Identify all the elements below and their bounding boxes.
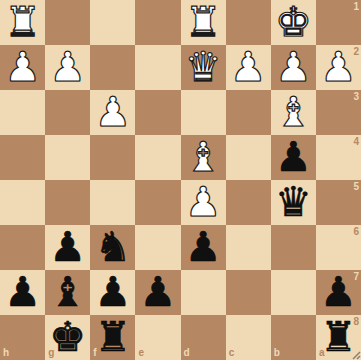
square-g1[interactable] xyxy=(45,0,90,45)
square-a2[interactable]: ♟2 xyxy=(316,45,361,90)
square-e5[interactable] xyxy=(135,180,180,225)
square-c2[interactable]: ♟ xyxy=(226,45,271,90)
square-d1[interactable]: ♜ xyxy=(181,0,226,45)
square-d4[interactable]: ♝ xyxy=(181,135,226,180)
square-h4[interactable] xyxy=(0,135,45,180)
square-c3[interactable] xyxy=(226,90,271,135)
square-b7[interactable] xyxy=(271,270,316,315)
square-e6[interactable] xyxy=(135,225,180,270)
rank-label-3: 3 xyxy=(353,92,359,102)
resize-handle-icon[interactable] xyxy=(350,349,361,360)
square-g8[interactable]: ♚g xyxy=(45,315,90,360)
white-pawn[interactable]: ♟ xyxy=(49,45,86,90)
white-pawn[interactable]: ♟ xyxy=(320,45,357,90)
white-rook[interactable]: ♜ xyxy=(185,0,222,45)
square-c4[interactable] xyxy=(226,135,271,180)
square-e2[interactable] xyxy=(135,45,180,90)
square-d6[interactable]: ♟ xyxy=(181,225,226,270)
square-e8[interactable]: e xyxy=(135,315,180,360)
square-h3[interactable] xyxy=(0,90,45,135)
square-b2[interactable]: ♟ xyxy=(271,45,316,90)
rank-label-1: 1 xyxy=(353,2,359,12)
white-pawn[interactable]: ♟ xyxy=(4,45,41,90)
square-g2[interactable]: ♟ xyxy=(45,45,90,90)
square-d5[interactable]: ♟ xyxy=(181,180,226,225)
black-pawn[interactable]: ♟ xyxy=(49,225,86,270)
white-pawn[interactable]: ♟ xyxy=(275,45,312,90)
white-king[interactable]: ♚ xyxy=(275,0,312,45)
square-g4[interactable] xyxy=(45,135,90,180)
square-d7[interactable] xyxy=(181,270,226,315)
square-e3[interactable] xyxy=(135,90,180,135)
square-h6[interactable] xyxy=(0,225,45,270)
square-a5[interactable]: 5 xyxy=(316,180,361,225)
white-bishop[interactable]: ♝ xyxy=(275,90,312,135)
square-c7[interactable] xyxy=(226,270,271,315)
square-f7[interactable]: ♟ xyxy=(90,270,135,315)
black-pawn[interactable]: ♟ xyxy=(320,270,357,315)
square-g3[interactable] xyxy=(45,90,90,135)
square-c1[interactable] xyxy=(226,0,271,45)
square-b1[interactable]: ♚ xyxy=(271,0,316,45)
square-f4[interactable] xyxy=(90,135,135,180)
square-g7[interactable]: ♝ xyxy=(45,270,90,315)
chess-board: ♜♜♚1♟♟♛♟♟♟2♟♝3♝♟4♟♛5♟♞♟6♟♝♟♟♟7h♚g♜fedcb♜… xyxy=(0,0,361,360)
file-label-c: c xyxy=(229,348,235,358)
square-h7[interactable]: ♟ xyxy=(0,270,45,315)
white-rook[interactable]: ♜ xyxy=(4,0,41,45)
white-pawn[interactable]: ♟ xyxy=(230,45,267,90)
black-pawn[interactable]: ♟ xyxy=(140,270,177,315)
black-knight[interactable]: ♞ xyxy=(94,225,131,270)
black-pawn[interactable]: ♟ xyxy=(275,135,312,180)
square-g5[interactable] xyxy=(45,180,90,225)
square-f3[interactable]: ♟ xyxy=(90,90,135,135)
square-b6[interactable] xyxy=(271,225,316,270)
square-e4[interactable] xyxy=(135,135,180,180)
black-pawn[interactable]: ♟ xyxy=(94,270,131,315)
square-h8[interactable]: h xyxy=(0,315,45,360)
white-queen[interactable]: ♛ xyxy=(185,45,222,90)
square-a6[interactable]: 6 xyxy=(316,225,361,270)
square-d2[interactable]: ♛ xyxy=(181,45,226,90)
white-pawn[interactable]: ♟ xyxy=(185,180,222,225)
square-h2[interactable]: ♟ xyxy=(0,45,45,90)
square-g6[interactable]: ♟ xyxy=(45,225,90,270)
square-f8[interactable]: ♜f xyxy=(90,315,135,360)
square-e1[interactable] xyxy=(135,0,180,45)
white-bishop[interactable]: ♝ xyxy=(185,135,222,180)
square-a1[interactable]: 1 xyxy=(316,0,361,45)
square-c6[interactable] xyxy=(226,225,271,270)
square-f5[interactable] xyxy=(90,180,135,225)
black-pawn[interactable]: ♟ xyxy=(185,225,222,270)
file-label-h: h xyxy=(3,348,9,358)
black-queen[interactable]: ♛ xyxy=(275,180,312,225)
square-b8[interactable]: b xyxy=(271,315,316,360)
rank-label-6: 6 xyxy=(353,227,359,237)
rank-label-4: 4 xyxy=(353,137,359,147)
square-c8[interactable]: c xyxy=(226,315,271,360)
square-d8[interactable]: d xyxy=(181,315,226,360)
square-a7[interactable]: ♟7 xyxy=(316,270,361,315)
square-a4[interactable]: 4 xyxy=(316,135,361,180)
black-rook[interactable]: ♜ xyxy=(94,315,131,360)
square-f6[interactable]: ♞ xyxy=(90,225,135,270)
file-label-e: e xyxy=(138,348,144,358)
square-e7[interactable]: ♟ xyxy=(135,270,180,315)
white-pawn[interactable]: ♟ xyxy=(94,90,131,135)
square-f2[interactable] xyxy=(90,45,135,90)
black-pawn[interactable]: ♟ xyxy=(4,270,41,315)
square-f1[interactable] xyxy=(90,0,135,45)
file-label-d: d xyxy=(184,348,190,358)
square-h1[interactable]: ♜ xyxy=(0,0,45,45)
square-b4[interactable]: ♟ xyxy=(271,135,316,180)
rank-label-5: 5 xyxy=(353,182,359,192)
square-h5[interactable] xyxy=(0,180,45,225)
black-king[interactable]: ♚ xyxy=(49,315,86,360)
square-c5[interactable] xyxy=(226,180,271,225)
square-b3[interactable]: ♝ xyxy=(271,90,316,135)
square-a3[interactable]: 3 xyxy=(316,90,361,135)
square-d3[interactable] xyxy=(181,90,226,135)
black-bishop[interactable]: ♝ xyxy=(49,270,86,315)
square-b5[interactable]: ♛ xyxy=(271,180,316,225)
file-label-b: b xyxy=(274,348,280,358)
